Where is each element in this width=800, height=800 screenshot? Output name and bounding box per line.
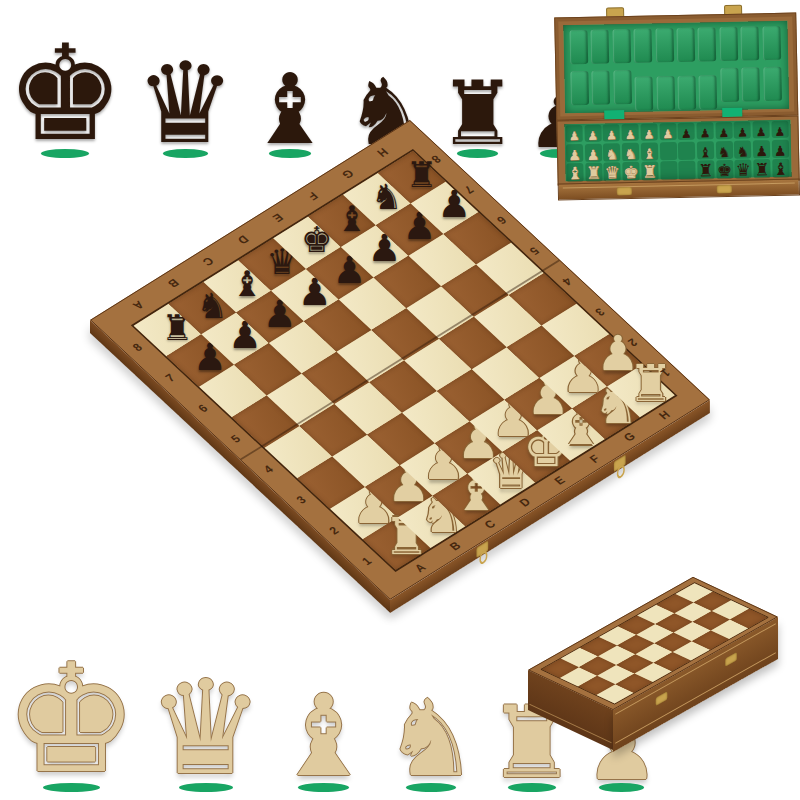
brass-clasp-icon <box>656 691 667 705</box>
tray-slot: ♟ <box>696 122 713 139</box>
tray-slot: ♟ <box>734 121 751 138</box>
black-rook-stored: ♜ <box>698 162 714 179</box>
black-bishop-sample: ♝ <box>247 64 334 158</box>
tray-slot: ♟ <box>585 144 602 162</box>
black-pawn-stored: ♟ <box>718 127 729 139</box>
tray-slot: ♚ <box>622 162 639 181</box>
felt-slot <box>592 70 611 104</box>
black-knight-stored: ♞ <box>718 145 731 159</box>
black-pawn-stored: ♟ <box>681 128 692 140</box>
white-queen-sample: ♛ <box>147 667 264 793</box>
tray-slot: ♟ <box>771 121 788 138</box>
board-playing-area: ♜♞♝♛♚♝♞♜♟♟♟♟♟♟♟♟♟♟♟♟♟♟♟♟♜♞♝♛♚♝♞♜ <box>131 149 678 572</box>
black-pieces-lineup: ♚♛♝♞♜♟ <box>6 8 591 158</box>
black-pawn-stored: ♟ <box>700 127 711 139</box>
tray-slot: ♜ <box>753 159 770 178</box>
felt-slot <box>762 26 781 60</box>
white-pawn-stored: ♟ <box>587 148 600 162</box>
tray-slot: ♟ <box>565 125 582 142</box>
felt-slot <box>569 30 588 64</box>
black-pawn-stored: ♟ <box>774 144 787 158</box>
tray-slot: ♚ <box>716 160 733 179</box>
black-king-glyph: ♚ <box>6 31 124 156</box>
brass-clasp-icon <box>725 652 736 666</box>
tray-slot: ♞ <box>734 140 751 158</box>
white-knight-sample: ♞ <box>383 689 478 792</box>
green-felt-base <box>43 783 100 792</box>
green-felt-base <box>269 149 311 158</box>
tray-slot: ♟ <box>603 124 620 141</box>
tray-slot: ♞ <box>622 143 639 161</box>
black-pawn-stored: ♟ <box>755 144 768 158</box>
piece-storage-tray: ♟♟♟♟♟♟♟♟♟♟♟♟♟♟♞♞♝♝♞♞♟♟♝♜♛♚♜♜♚♛♜♝ <box>556 115 799 185</box>
white-bishop-glyph: ♝ <box>273 683 374 790</box>
white-knight-stored: ♞ <box>624 147 637 161</box>
black-bishop-stored: ♝ <box>699 145 712 159</box>
white-pawn-stored: ♟ <box>606 129 617 141</box>
black-rook-sample: ♜ <box>438 72 517 158</box>
green-felt-base <box>406 783 456 792</box>
white-pawn-stored: ♟ <box>662 128 673 140</box>
white-pawn-stored: ♟ <box>625 129 636 141</box>
green-felt-base <box>298 783 349 792</box>
black-rook-glyph: ♜ <box>438 72 517 156</box>
white-pawn-stored: ♟ <box>568 148 581 162</box>
white-pawn-stored: ♟ <box>569 130 580 142</box>
felt-slot <box>634 29 653 63</box>
tray-slot: ♟ <box>715 122 732 139</box>
tray-slot: ♟ <box>566 144 583 162</box>
tray-slot <box>678 161 695 180</box>
tray-slot: ♟ <box>659 123 676 140</box>
black-pawn-stored: ♟ <box>774 126 785 138</box>
tray-slot <box>659 142 676 160</box>
felt-slot <box>676 28 695 62</box>
tray-slot: ♟ <box>584 125 601 142</box>
tray-slot: ♟ <box>752 121 769 138</box>
white-knight-glyph: ♞ <box>383 689 478 790</box>
felt-slot <box>613 70 632 104</box>
felt-slot <box>656 76 675 110</box>
felt-slot <box>677 76 696 110</box>
white-pawn-stored: ♟ <box>587 130 598 142</box>
tray-felt: ♟♟♟♟♟♟♟♟♟♟♟♟♟♟♞♞♝♝♞♞♟♟♝♜♛♚♜♜♚♛♜♝ <box>564 120 791 182</box>
felt-slot <box>570 71 589 105</box>
white-knight-stored: ♞ <box>606 147 619 161</box>
black-knight-stored: ♞ <box>736 145 749 159</box>
tray-slot: ♟ <box>640 123 657 140</box>
brass-clasp-icon <box>616 187 631 195</box>
felt-slot <box>635 77 654 111</box>
tray-slot <box>660 161 677 180</box>
black-pawn-stored: ♟ <box>756 126 767 138</box>
tray-slot: ♝ <box>772 159 789 178</box>
open-storage-box: ♟♟♟♟♟♟♟♟♟♟♟♟♟♟♞♞♝♝♞♞♟♟♝♜♛♚♜♜♚♛♜♝ <box>554 3 800 198</box>
green-felt-base <box>179 783 233 792</box>
tray-slot: ♞ <box>715 141 732 159</box>
black-bishop-glyph: ♝ <box>247 64 334 156</box>
white-bishop-sample: ♝ <box>273 683 374 792</box>
felt-slot <box>719 27 738 61</box>
black-bishop-stored: ♝ <box>773 161 789 178</box>
white-bishop-stored: ♝ <box>567 165 583 182</box>
tray-slot: ♟ <box>753 140 770 158</box>
open-box-front-edge <box>558 178 800 200</box>
black-king-sample: ♚ <box>6 31 124 158</box>
inlay-line <box>563 183 795 189</box>
white-king-sample: ♚ <box>4 648 138 793</box>
felt-slot <box>612 29 631 63</box>
tray-slot: ♝ <box>641 142 658 160</box>
white-queen-stored: ♛ <box>605 164 621 181</box>
green-felt-base <box>163 149 208 158</box>
black-pawn-stored: ♟ <box>737 127 748 139</box>
felt-slot <box>698 27 717 61</box>
brass-clasp-icon <box>717 185 732 193</box>
tray-slot: ♜ <box>697 160 714 179</box>
green-felt-base <box>41 149 89 158</box>
black-king-stored: ♚ <box>717 162 733 179</box>
green-felt-base <box>457 149 498 158</box>
black-rook-stored: ♜ <box>754 161 770 178</box>
black-queen-sample: ♛ <box>135 50 235 158</box>
tray-slot: ♜ <box>641 161 658 180</box>
white-king-stored: ♚ <box>623 164 639 181</box>
tray-slot: ♜ <box>585 163 602 182</box>
felt-slot <box>720 68 739 102</box>
felt-slot <box>655 28 674 62</box>
white-bishop-stored: ♝ <box>643 146 656 160</box>
white-rook-stored: ♜ <box>586 165 602 182</box>
black-queen-stored: ♛ <box>735 161 751 178</box>
white-rook-stored: ♜ <box>642 163 658 180</box>
white-queen-glyph: ♛ <box>147 667 264 791</box>
white-pawn-stored: ♟ <box>643 128 654 140</box>
felt-slot <box>741 26 760 60</box>
tray-slot: ♝ <box>697 141 714 159</box>
felt-slot <box>699 75 718 109</box>
lid-felt-slots <box>563 21 789 114</box>
tray-slot: ♟ <box>622 124 639 141</box>
tray-slot <box>678 142 695 160</box>
felt-slot <box>763 67 782 101</box>
tray-slot: ♟ <box>772 140 789 158</box>
tray-slot: ♝ <box>566 163 583 182</box>
felt-slot <box>742 67 761 101</box>
black-queen-glyph: ♛ <box>135 50 235 156</box>
tray-slot: ♞ <box>603 143 620 161</box>
green-felt-base <box>508 783 556 792</box>
tray-slot: ♛ <box>604 162 621 181</box>
tray-slot: ♛ <box>735 159 752 178</box>
tray-slot: ♟ <box>678 123 695 140</box>
white-king-glyph: ♚ <box>4 648 138 791</box>
felt-slot <box>591 29 610 63</box>
chess-set-product-photo: ♚♛♝♞♜♟ ♟♟♟♟♟♟♟♟♟♟♟♟♟♟♞♞♝♝♞♞♟♟♝♜♛♚♜♜♚♛♜♝ … <box>0 0 800 800</box>
open-box-lid <box>554 12 798 120</box>
